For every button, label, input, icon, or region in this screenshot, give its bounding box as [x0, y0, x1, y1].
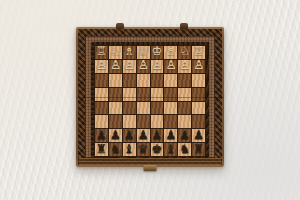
piece-white-rook[interactable]: ♖	[193, 45, 204, 57]
square-r2c5[interactable]: ♙	[151, 60, 164, 73]
square-r7c6[interactable]: ♟	[164, 129, 177, 142]
fold-seam	[76, 97, 224, 98]
piece-white-bishop[interactable]: ♗	[165, 45, 176, 57]
square-r3c5[interactable]	[151, 74, 164, 87]
square-r2c3[interactable]: ♙	[123, 60, 136, 73]
piece-black-pawn[interactable]: ♟	[179, 129, 190, 141]
square-r1c2[interactable]: ♘	[109, 46, 122, 59]
piece-black-pawn[interactable]: ♟	[193, 129, 204, 141]
square-r4c4[interactable]	[137, 88, 150, 101]
square-r6c6[interactable]	[164, 115, 177, 128]
square-r1c8[interactable]: ♖	[192, 46, 205, 59]
square-r1c4[interactable]: ♕	[137, 46, 150, 59]
square-r1c5[interactable]: ♔	[151, 46, 164, 59]
square-r4c8[interactable]	[192, 88, 205, 101]
square-r8c2[interactable]: ♞	[109, 143, 122, 156]
square-r8c7[interactable]: ♞	[178, 143, 191, 156]
square-r4c7[interactable]	[178, 88, 191, 101]
piece-black-pawn[interactable]: ♟	[124, 129, 135, 141]
square-r5c1[interactable]	[95, 102, 108, 115]
square-r4c6[interactable]	[164, 88, 177, 101]
square-r7c8[interactable]: ♟	[192, 129, 205, 142]
piece-black-pawn[interactable]: ♟	[138, 129, 149, 141]
square-r8c4[interactable]: ♛	[137, 143, 150, 156]
piece-white-queen[interactable]: ♕	[138, 45, 149, 57]
square-r4c3[interactable]	[123, 88, 136, 101]
square-r5c3[interactable]	[123, 102, 136, 115]
piece-black-rook[interactable]: ♜	[96, 143, 107, 155]
piece-white-knight[interactable]: ♘	[110, 45, 121, 57]
square-r2c6[interactable]: ♙	[164, 60, 177, 73]
piece-white-rook[interactable]: ♖	[96, 45, 107, 57]
piece-black-queen[interactable]: ♛	[138, 143, 149, 155]
fur-background: ♖♘♗♕♔♗♘♖♙♙♙♙♙♙♙♙♟♟♟♟♟♟♟♟♜♞♝♛♚♝♞♜	[0, 0, 300, 200]
piece-black-bishop[interactable]: ♝	[165, 143, 176, 155]
square-r8c6[interactable]: ♝	[164, 143, 177, 156]
square-r8c8[interactable]: ♜	[192, 143, 205, 156]
square-r1c6[interactable]: ♗	[164, 46, 177, 59]
square-r1c3[interactable]: ♗	[123, 46, 136, 59]
hinge-icon	[180, 23, 188, 29]
square-r6c2[interactable]	[109, 115, 122, 128]
piece-white-king[interactable]: ♔	[152, 45, 163, 57]
square-r7c7[interactable]: ♟	[178, 129, 191, 142]
piece-black-rook[interactable]: ♜	[193, 143, 204, 155]
piece-white-pawn[interactable]: ♙	[110, 59, 121, 71]
piece-white-pawn[interactable]: ♙	[124, 59, 135, 71]
square-r7c2[interactable]: ♟	[109, 129, 122, 142]
square-r5c6[interactable]	[164, 102, 177, 115]
piece-black-pawn[interactable]: ♟	[110, 129, 121, 141]
square-r8c1[interactable]: ♜	[95, 143, 108, 156]
square-r6c5[interactable]	[151, 115, 164, 128]
square-r8c3[interactable]: ♝	[123, 143, 136, 156]
piece-white-pawn[interactable]: ♙	[96, 59, 107, 71]
piece-white-pawn[interactable]: ♙	[193, 59, 204, 71]
square-r3c2[interactable]	[109, 74, 122, 87]
latch-clasp[interactable]	[144, 165, 157, 171]
square-r2c7[interactable]: ♙	[178, 60, 191, 73]
square-r6c3[interactable]	[123, 115, 136, 128]
square-r2c2[interactable]: ♙	[109, 60, 122, 73]
square-r8c5[interactable]: ♚	[151, 143, 164, 156]
square-r5c2[interactable]	[109, 102, 122, 115]
piece-black-pawn[interactable]: ♟	[152, 129, 163, 141]
piece-white-pawn[interactable]: ♙	[165, 59, 176, 71]
square-r2c8[interactable]: ♙	[192, 60, 205, 73]
square-r7c1[interactable]: ♟	[95, 129, 108, 142]
square-r6c1[interactable]	[95, 115, 108, 128]
square-r3c3[interactable]	[123, 74, 136, 87]
chess-board-box: ♖♘♗♕♔♗♘♖♙♙♙♙♙♙♙♙♟♟♟♟♟♟♟♟♜♞♝♛♚♝♞♜	[76, 27, 224, 167]
piece-white-knight[interactable]: ♘	[179, 45, 190, 57]
square-r6c7[interactable]	[178, 115, 191, 128]
piece-white-pawn[interactable]: ♙	[179, 59, 190, 71]
piece-black-pawn[interactable]: ♟	[165, 129, 176, 141]
square-r1c1[interactable]: ♖	[95, 46, 108, 59]
square-r4c1[interactable]	[95, 88, 108, 101]
box-bottom-edge	[79, 158, 221, 165]
square-r4c2[interactable]	[109, 88, 122, 101]
square-r5c8[interactable]	[192, 102, 205, 115]
square-r6c4[interactable]	[137, 115, 150, 128]
square-r5c5[interactable]	[151, 102, 164, 115]
piece-white-pawn[interactable]: ♙	[152, 59, 163, 71]
square-r3c7[interactable]	[178, 74, 191, 87]
piece-black-pawn[interactable]: ♟	[96, 129, 107, 141]
square-r3c8[interactable]	[192, 74, 205, 87]
piece-black-knight[interactable]: ♞	[110, 143, 121, 155]
square-r5c7[interactable]	[178, 102, 191, 115]
piece-black-king[interactable]: ♚	[152, 143, 163, 155]
square-r2c1[interactable]: ♙	[95, 60, 108, 73]
square-r4c5[interactable]	[151, 88, 164, 101]
square-r7c4[interactable]: ♟	[137, 129, 150, 142]
piece-black-bishop[interactable]: ♝	[124, 143, 135, 155]
square-r5c4[interactable]	[137, 102, 150, 115]
square-r3c6[interactable]	[164, 74, 177, 87]
square-r3c1[interactable]	[95, 74, 108, 87]
piece-white-bishop[interactable]: ♗	[124, 45, 135, 57]
square-r6c8[interactable]	[192, 115, 205, 128]
board-grid: ♖♘♗♕♔♗♘♖♙♙♙♙♙♙♙♙♟♟♟♟♟♟♟♟♜♞♝♛♚♝♞♜	[94, 45, 206, 157]
square-r3c4[interactable]	[137, 74, 150, 87]
square-r1c7[interactable]: ♘	[178, 46, 191, 59]
square-r7c3[interactable]: ♟	[123, 129, 136, 142]
square-r7c5[interactable]: ♟	[151, 129, 164, 142]
hinge-icon	[116, 23, 124, 29]
piece-white-pawn[interactable]: ♙	[138, 59, 149, 71]
square-r2c4[interactable]: ♙	[137, 60, 150, 73]
piece-black-knight[interactable]: ♞	[179, 143, 190, 155]
